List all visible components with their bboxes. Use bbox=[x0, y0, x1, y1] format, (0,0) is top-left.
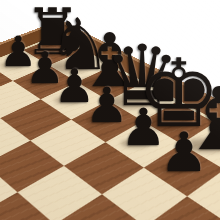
board-squares bbox=[0, 37, 220, 220]
chessboard-photo: ♜♟♞♟♝♟♛♟♚♟♝♟ bbox=[0, 0, 220, 220]
chess-board bbox=[0, 20, 220, 220]
